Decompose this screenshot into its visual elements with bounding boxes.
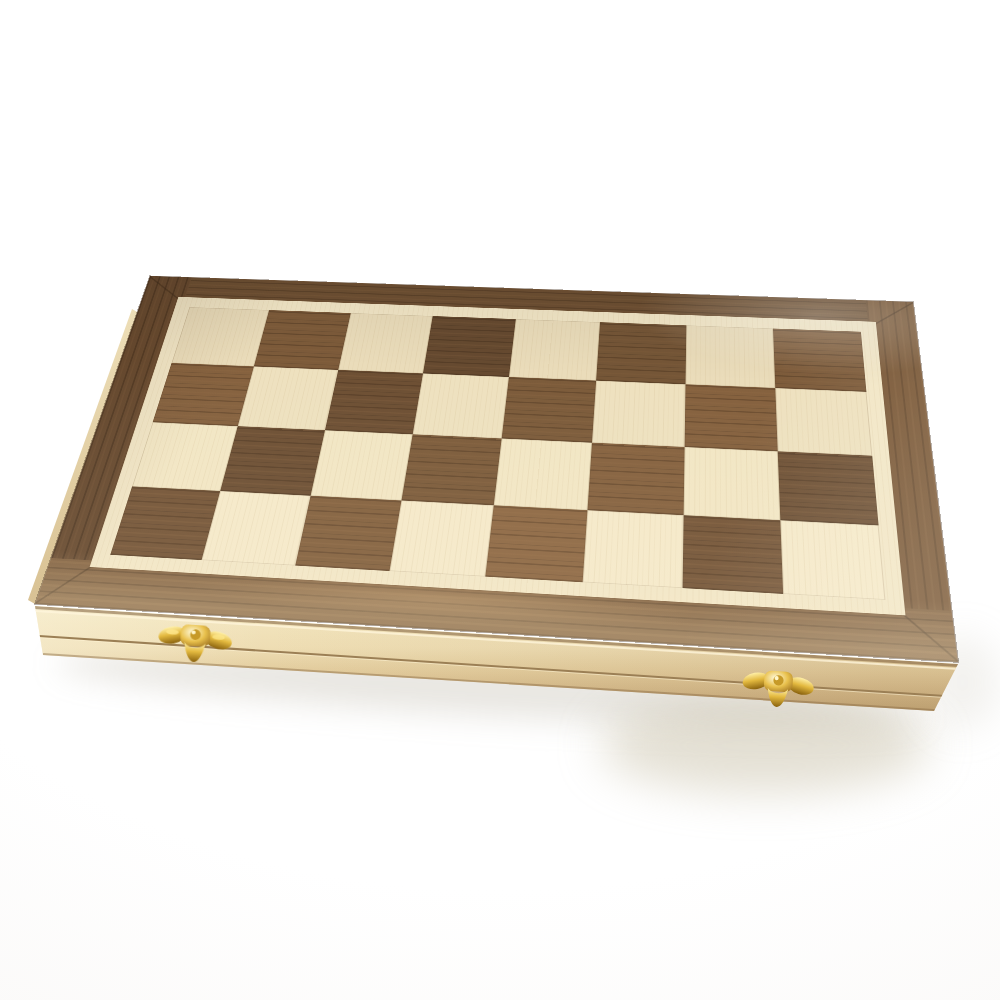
board-square-r1c3: [338, 313, 433, 373]
board-square-r2c4: [412, 373, 509, 438]
board-square-r3c6: [588, 443, 684, 515]
board-square-r4c6: [583, 510, 683, 588]
board-square-r2c1: [153, 363, 255, 426]
board-square-r1c8: [773, 328, 867, 391]
board-square-r2c6: [592, 380, 685, 447]
board-square-r3c2: [221, 426, 325, 495]
board-square-r1c5: [509, 319, 600, 380]
brass-clasp-right: [740, 663, 817, 711]
board-square-r4c7: [682, 515, 783, 594]
board-square-r3c8: [777, 451, 878, 525]
brass-clasp-left: [155, 616, 234, 667]
board-square-r4c5: [485, 505, 587, 582]
board-square-r3c4: [401, 434, 501, 505]
board-square-r3c5: [494, 438, 592, 509]
board-square-r1c6: [596, 322, 686, 384]
board-square-r2c8: [775, 388, 872, 456]
board-square-r3c3: [310, 430, 412, 500]
board-square-r2c3: [325, 370, 423, 435]
board-square-r2c7: [684, 384, 777, 451]
chessboard-top-face: [35, 276, 958, 662]
board-square-r1c2: [254, 310, 350, 370]
drop-shadow-main: [600, 698, 930, 793]
chessboard-grid: [110, 307, 885, 600]
board-square-r4c3: [295, 495, 402, 571]
board-square-r1c4: [423, 316, 516, 377]
board-square-r2c2: [238, 366, 338, 430]
board-square-r2c5: [502, 377, 597, 443]
board-square-r4c8: [780, 520, 885, 600]
product-photo-scene: [0, 0, 1000, 1000]
board-square-r1c1: [172, 307, 270, 366]
board-square-r3c7: [683, 447, 780, 520]
board-square-r4c4: [389, 500, 494, 577]
board-square-r1c7: [685, 325, 775, 387]
board-square-r4c2: [202, 491, 310, 566]
